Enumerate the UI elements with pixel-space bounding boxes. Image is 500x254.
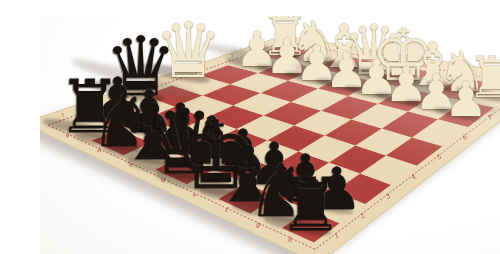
vinyl-sheen (40, 36, 500, 254)
chess-board: aabbccddeeffgghh1122334455667788 (40, 16, 500, 254)
chess-set-product-photo: aabbccddeeffgghh1122334455667788 ♜♞♝♛♚♝♞… (40, 16, 500, 254)
